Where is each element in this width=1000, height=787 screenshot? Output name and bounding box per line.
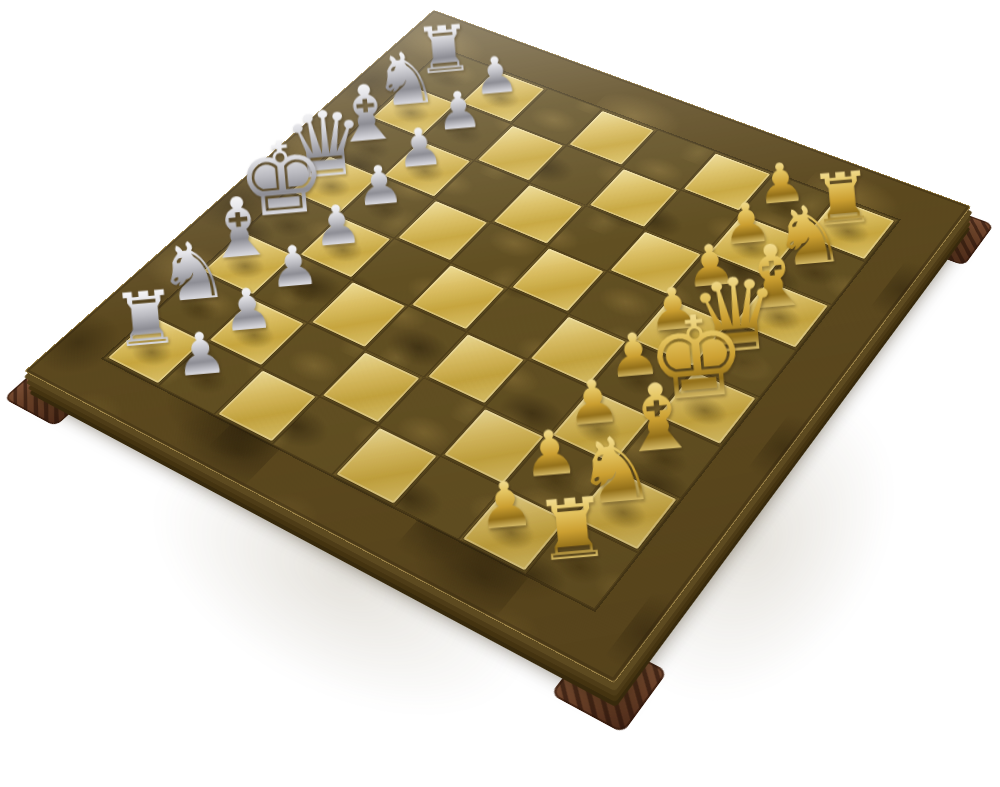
piece-silver-rook: ♜ [109,280,181,359]
chessboard: ♜♟♟♜♞♟♟♞♝♟♟♝♛♟♟♛♚♟♟♚♝♟♟♝♞♟♟♞♜♟♟♜ [24,10,971,683]
perspective-wrapper: ♜♟♟♜♞♟♟♞♝♟♟♝♛♟♟♛♚♟♟♚♝♟♟♝♞♟♟♞♜♟♟♜ [139,0,878,656]
chess-set-scene: ♜♟♟♜♞♟♟♞♝♟♟♝♛♟♟♛♚♟♟♚♝♟♟♝♞♟♟♞♜♟♟♜ [139,0,878,656]
piece-gold-pawn: ♟ [474,471,536,539]
piece-silver-pawn: ♟ [220,279,276,340]
piece-silver-pawn: ♟ [267,237,322,297]
board-frame: ♜♟♟♜♞♟♟♞♝♟♟♝♛♟♟♛♚♟♟♚♝♟♟♝♞♟♟♞♜♟♟♜ [24,10,971,683]
piece-silver-pawn: ♟ [353,157,405,214]
photo-background: { "game": "chess", "scene": "studio phot… [0,0,1000,787]
piece-gold-rook: ♜ [532,485,613,574]
square-h8: ♜ [525,519,639,609]
board-grid: ♜♟♟♜♞♟♟♞♝♟♟♝♛♟♟♛♚♟♟♚♝♟♟♝♞♟♟♞♜♟♟♜ [104,49,899,609]
square-h2: ♟ [158,341,262,415]
piece-silver-pawn: ♟ [172,323,229,385]
piece-silver-pawn: ♟ [311,196,364,255]
